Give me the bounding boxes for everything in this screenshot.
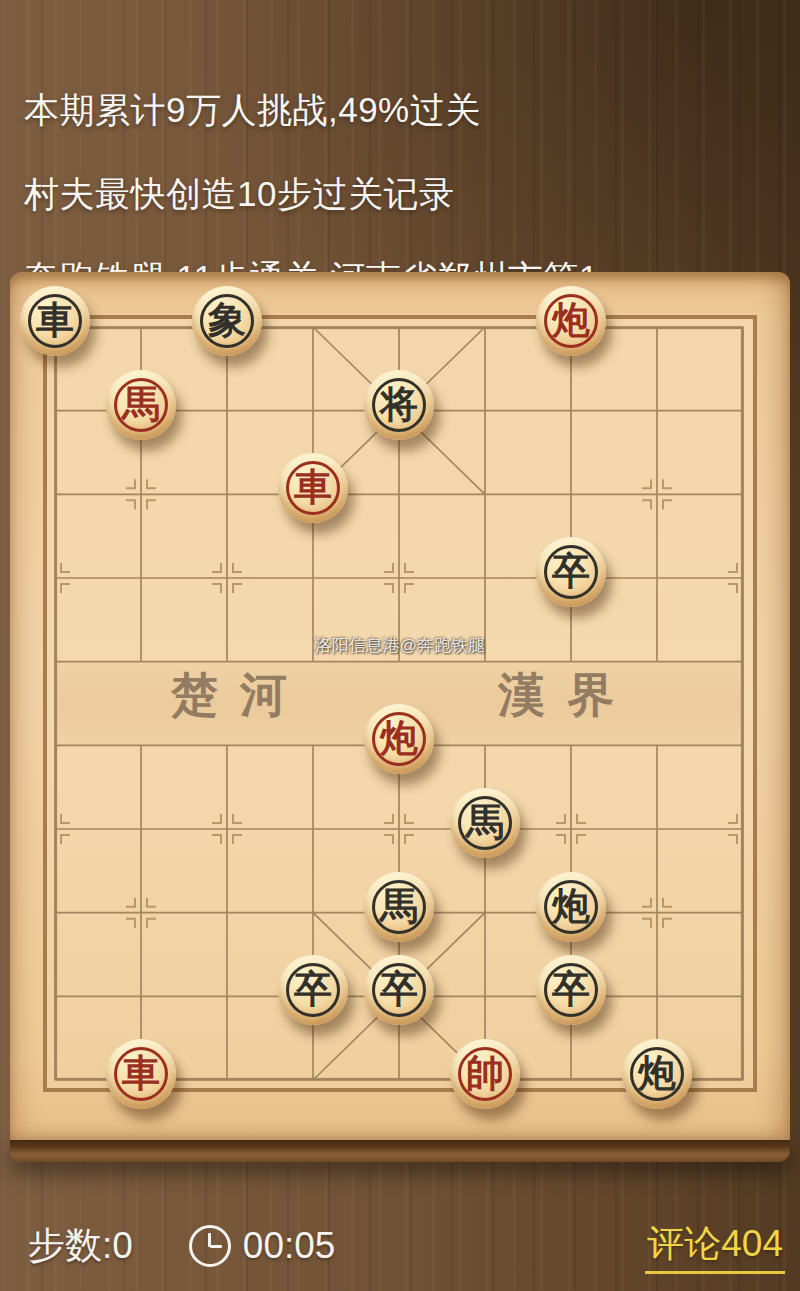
piece-red-cannon[interactable]: 炮 — [536, 286, 606, 356]
piece-black-general[interactable]: 将 — [364, 370, 434, 440]
piece-glyph: 炮 — [638, 1054, 676, 1092]
piece-black-horse[interactable]: 馬 — [450, 788, 520, 858]
piece-ring: 卒 — [544, 963, 598, 1017]
piece-red-cannon[interactable]: 炮 — [364, 704, 434, 774]
piece-ring: 炮 — [544, 880, 598, 934]
clock-icon — [189, 1225, 231, 1267]
piece-black-cannon[interactable]: 炮 — [536, 872, 606, 942]
piece-glyph: 馬 — [122, 385, 160, 423]
piece-ring: 馬 — [372, 880, 426, 934]
piece-glyph: 炮 — [380, 719, 418, 757]
piece-ring: 象 — [200, 294, 254, 348]
piece-black-soldier[interactable]: 卒 — [536, 955, 606, 1025]
piece-black-soldier[interactable]: 卒 — [364, 955, 434, 1025]
piece-ring: 馬 — [458, 796, 512, 850]
piece-glyph: 車 — [36, 301, 74, 339]
move-counter-label: 步数: — [28, 1221, 112, 1271]
piece-red-horse[interactable]: 馬 — [106, 370, 176, 440]
timer-value: 00:05 — [243, 1225, 336, 1267]
record-holder-line: 村夫最快创造10步过关记录 — [24, 174, 454, 214]
piece-ring: 帥 — [458, 1047, 512, 1101]
piece-red-general[interactable]: 帥 — [450, 1039, 520, 1109]
piece-glyph: 車 — [122, 1054, 160, 1092]
piece-ring: 炮 — [544, 294, 598, 348]
piece-glyph: 卒 — [380, 970, 418, 1008]
challenge-stats-line: 本期累计9万人挑战,49%过关 — [24, 90, 481, 130]
piece-glyph: 卒 — [552, 970, 590, 1008]
comments-link[interactable]: 评论404 — [645, 1219, 785, 1274]
piece-ring: 馬 — [114, 378, 168, 432]
piece-glyph: 馬 — [380, 887, 418, 925]
move-counter-value: 0 — [112, 1225, 133, 1267]
piece-ring: 車 — [28, 294, 82, 348]
xiangqi-board[interactable]: 楚河 漢界 車象炮馬将車卒炮馬馬炮卒卒卒車帥炮 洛阳信息港@奔跑铁腿 — [10, 272, 790, 1142]
river-label-han: 漢界 — [498, 664, 636, 727]
piece-red-chariot[interactable]: 車 — [106, 1039, 176, 1109]
piece-black-chariot[interactable]: 車 — [20, 286, 90, 356]
piece-ring: 卒 — [544, 545, 598, 599]
piece-glyph: 象 — [208, 301, 246, 339]
river-label-chu: 楚河 — [171, 664, 309, 727]
piece-black-elephant[interactable]: 象 — [192, 286, 262, 356]
piece-ring: 炮 — [372, 712, 426, 766]
piece-ring: 炮 — [630, 1047, 684, 1101]
piece-glyph: 帥 — [466, 1054, 504, 1092]
status-bar: 步数:0 00:05 评论404 — [0, 1220, 800, 1272]
piece-ring: 将 — [372, 378, 426, 432]
piece-ring: 卒 — [286, 963, 340, 1017]
watermark-text: 洛阳信息港@奔跑铁腿 — [315, 634, 485, 657]
board-grid: 楚河 漢界 車象炮馬将車卒炮馬馬炮卒卒卒車帥炮 — [55, 327, 743, 1080]
piece-ring: 車 — [114, 1047, 168, 1101]
piece-glyph: 炮 — [552, 301, 590, 339]
piece-black-cannon[interactable]: 炮 — [622, 1039, 692, 1109]
piece-glyph: 将 — [380, 385, 418, 423]
move-counter: 步数:0 — [28, 1221, 133, 1271]
app-background: 本期累计9万人挑战,49%过关 村夫最快创造10步过关记录 奔跑铁腿 11步通关… — [0, 0, 800, 1291]
piece-glyph: 卒 — [294, 970, 332, 1008]
piece-ring: 卒 — [372, 963, 426, 1017]
piece-black-horse[interactable]: 馬 — [364, 872, 434, 942]
piece-glyph: 炮 — [552, 887, 590, 925]
piece-glyph: 卒 — [552, 552, 590, 590]
board-front-edge — [10, 1140, 790, 1162]
piece-glyph: 車 — [294, 468, 332, 506]
piece-black-soldier[interactable]: 卒 — [536, 537, 606, 607]
clock-hand-hour — [210, 1245, 222, 1248]
piece-ring: 車 — [286, 461, 340, 515]
piece-red-chariot[interactable]: 車 — [278, 453, 348, 523]
piece-glyph: 馬 — [466, 803, 504, 841]
piece-black-soldier[interactable]: 卒 — [278, 955, 348, 1025]
